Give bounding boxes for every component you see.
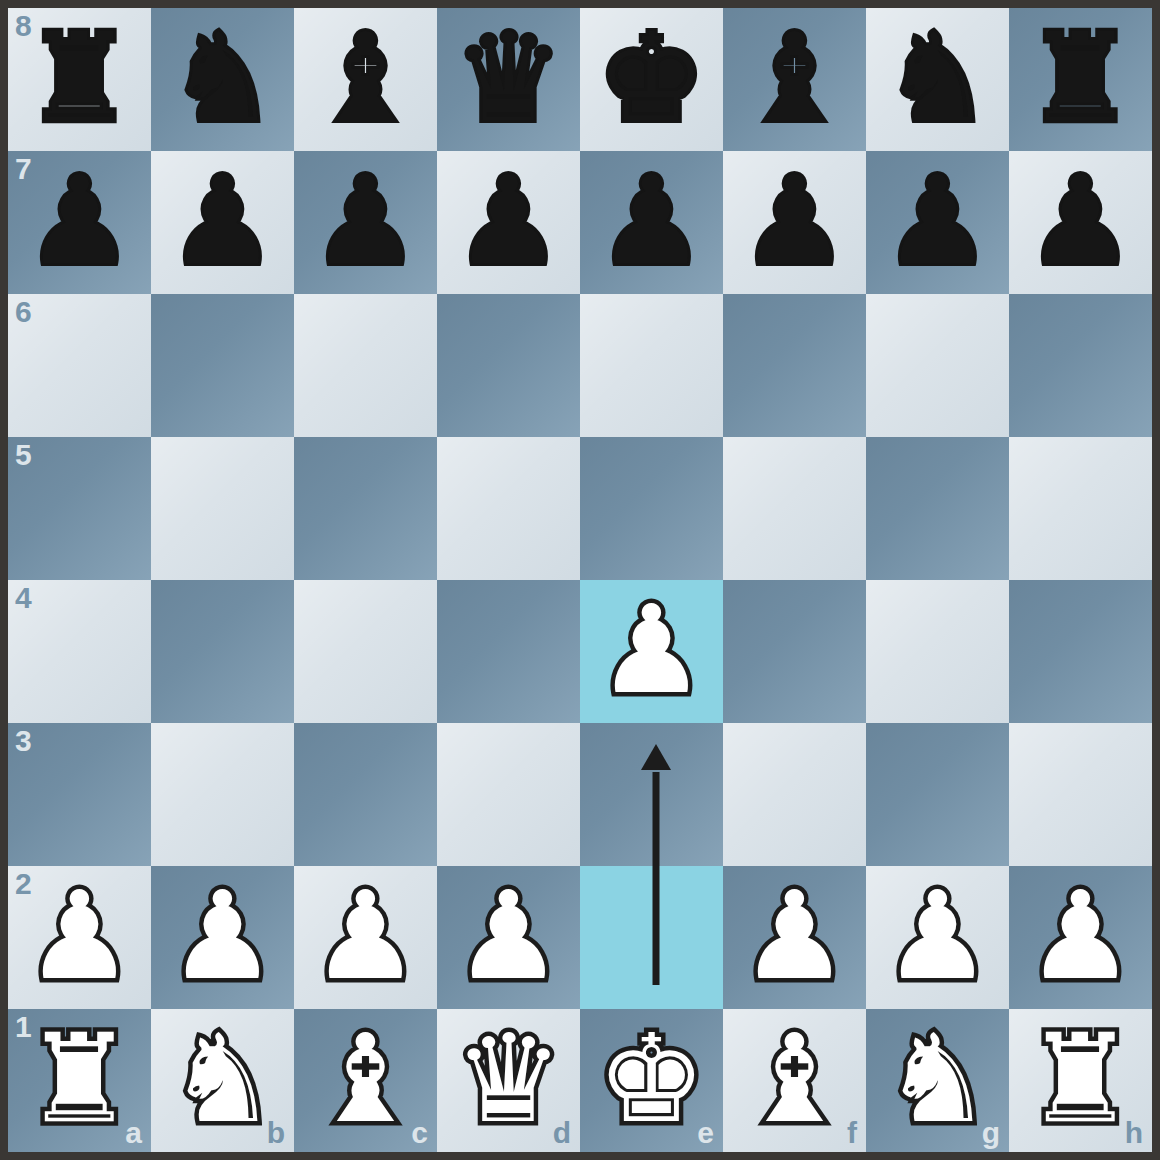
square-h1[interactable]: h bbox=[1009, 1009, 1152, 1152]
square-d2[interactable] bbox=[437, 866, 580, 1009]
piece-black-rook[interactable] bbox=[8, 8, 151, 151]
square-g4[interactable] bbox=[866, 580, 1009, 723]
square-c7[interactable] bbox=[294, 151, 437, 294]
piece-white-pawn[interactable] bbox=[437, 866, 580, 1009]
square-g3[interactable] bbox=[866, 723, 1009, 866]
square-g5[interactable] bbox=[866, 437, 1009, 580]
square-b2[interactable] bbox=[151, 866, 294, 1009]
square-h4[interactable] bbox=[1009, 580, 1152, 723]
square-f7[interactable] bbox=[723, 151, 866, 294]
square-f6[interactable] bbox=[723, 294, 866, 437]
square-e4[interactable] bbox=[580, 580, 723, 723]
piece-black-knight[interactable] bbox=[866, 8, 1009, 151]
piece-white-bishop[interactable] bbox=[723, 1009, 866, 1152]
square-g2[interactable] bbox=[866, 866, 1009, 1009]
square-b6[interactable] bbox=[151, 294, 294, 437]
square-d4[interactable] bbox=[437, 580, 580, 723]
square-b5[interactable] bbox=[151, 437, 294, 580]
piece-black-pawn[interactable] bbox=[1009, 151, 1152, 294]
chess-board[interactable]: 87654321abcdefgh bbox=[8, 8, 1152, 1152]
piece-black-bishop[interactable] bbox=[723, 8, 866, 151]
square-h8[interactable] bbox=[1009, 8, 1152, 151]
square-a3[interactable]: 3 bbox=[8, 723, 151, 866]
piece-white-pawn[interactable] bbox=[723, 866, 866, 1009]
piece-white-pawn[interactable] bbox=[1009, 866, 1152, 1009]
square-d8[interactable] bbox=[437, 8, 580, 151]
piece-white-rook[interactable] bbox=[1009, 1009, 1152, 1152]
square-c2[interactable] bbox=[294, 866, 437, 1009]
piece-white-pawn[interactable] bbox=[580, 580, 723, 723]
square-c5[interactable] bbox=[294, 437, 437, 580]
square-c1[interactable]: c bbox=[294, 1009, 437, 1152]
piece-black-pawn[interactable] bbox=[866, 151, 1009, 294]
piece-black-king[interactable] bbox=[580, 8, 723, 151]
rank-label-6: 6 bbox=[15, 297, 32, 327]
rank-label-3: 3 bbox=[15, 726, 32, 756]
piece-black-rook[interactable] bbox=[1009, 8, 1152, 151]
piece-white-knight[interactable] bbox=[151, 1009, 294, 1152]
square-d3[interactable] bbox=[437, 723, 580, 866]
square-g8[interactable] bbox=[866, 8, 1009, 151]
piece-black-pawn[interactable] bbox=[294, 151, 437, 294]
square-h6[interactable] bbox=[1009, 294, 1152, 437]
square-c6[interactable] bbox=[294, 294, 437, 437]
square-f8[interactable] bbox=[723, 8, 866, 151]
square-d6[interactable] bbox=[437, 294, 580, 437]
square-e7[interactable] bbox=[580, 151, 723, 294]
square-a1[interactable]: 1a bbox=[8, 1009, 151, 1152]
square-h5[interactable] bbox=[1009, 437, 1152, 580]
piece-white-rook[interactable] bbox=[8, 1009, 151, 1152]
square-h2[interactable] bbox=[1009, 866, 1152, 1009]
piece-black-knight[interactable] bbox=[151, 8, 294, 151]
piece-white-queen[interactable] bbox=[437, 1009, 580, 1152]
piece-black-pawn[interactable] bbox=[580, 151, 723, 294]
square-f2[interactable] bbox=[723, 866, 866, 1009]
square-g6[interactable] bbox=[866, 294, 1009, 437]
square-f5[interactable] bbox=[723, 437, 866, 580]
piece-black-pawn[interactable] bbox=[437, 151, 580, 294]
square-a7[interactable]: 7 bbox=[8, 151, 151, 294]
piece-black-queen[interactable] bbox=[437, 8, 580, 151]
square-a2[interactable]: 2 bbox=[8, 866, 151, 1009]
square-b4[interactable] bbox=[151, 580, 294, 723]
square-d5[interactable] bbox=[437, 437, 580, 580]
square-e8[interactable] bbox=[580, 8, 723, 151]
square-f3[interactable] bbox=[723, 723, 866, 866]
rank-label-4: 4 bbox=[15, 583, 32, 613]
piece-white-bishop[interactable] bbox=[294, 1009, 437, 1152]
square-b7[interactable] bbox=[151, 151, 294, 294]
square-g1[interactable]: g bbox=[866, 1009, 1009, 1152]
square-g7[interactable] bbox=[866, 151, 1009, 294]
square-e1[interactable]: e bbox=[580, 1009, 723, 1152]
piece-white-pawn[interactable] bbox=[866, 866, 1009, 1009]
piece-white-knight[interactable] bbox=[866, 1009, 1009, 1152]
piece-black-pawn[interactable] bbox=[151, 151, 294, 294]
piece-white-pawn[interactable] bbox=[151, 866, 294, 1009]
piece-white-king[interactable] bbox=[580, 1009, 723, 1152]
square-f4[interactable] bbox=[723, 580, 866, 723]
piece-black-bishop[interactable] bbox=[294, 8, 437, 151]
square-e5[interactable] bbox=[580, 437, 723, 580]
piece-black-pawn[interactable] bbox=[8, 151, 151, 294]
square-c8[interactable] bbox=[294, 8, 437, 151]
square-d1[interactable]: d bbox=[437, 1009, 580, 1152]
square-f1[interactable]: f bbox=[723, 1009, 866, 1152]
square-b8[interactable] bbox=[151, 8, 294, 151]
square-h3[interactable] bbox=[1009, 723, 1152, 866]
square-a4[interactable]: 4 bbox=[8, 580, 151, 723]
square-a8[interactable]: 8 bbox=[8, 8, 151, 151]
square-c3[interactable] bbox=[294, 723, 437, 866]
square-a5[interactable]: 5 bbox=[8, 437, 151, 580]
square-b1[interactable]: b bbox=[151, 1009, 294, 1152]
square-e6[interactable] bbox=[580, 294, 723, 437]
square-e3[interactable] bbox=[580, 723, 723, 866]
square-b3[interactable] bbox=[151, 723, 294, 866]
square-a6[interactable]: 6 bbox=[8, 294, 151, 437]
square-c4[interactable] bbox=[294, 580, 437, 723]
square-h7[interactable] bbox=[1009, 151, 1152, 294]
rank-label-5: 5 bbox=[15, 440, 32, 470]
piece-black-pawn[interactable] bbox=[723, 151, 866, 294]
piece-white-pawn[interactable] bbox=[8, 866, 151, 1009]
square-e2[interactable] bbox=[580, 866, 723, 1009]
chess-app: 87654321abcdefgh bbox=[0, 0, 1160, 1160]
square-d7[interactable] bbox=[437, 151, 580, 294]
piece-white-pawn[interactable] bbox=[294, 866, 437, 1009]
